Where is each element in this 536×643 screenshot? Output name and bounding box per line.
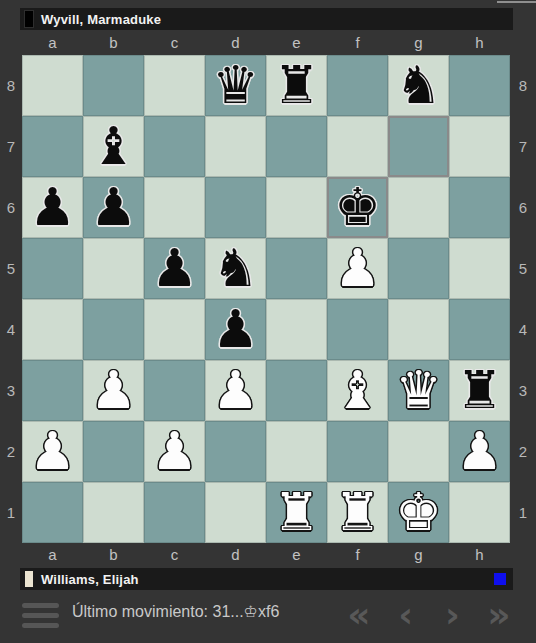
square-f4[interactable] [327,299,388,360]
square-e3[interactable] [266,360,327,421]
file-label-h: h [449,31,510,55]
rank-label-1: 1 [0,482,22,543]
file-label-c: c [144,543,205,567]
square-c7[interactable] [144,116,205,177]
square-a6[interactable]: ♟ [22,177,83,238]
white-queen-g3: ♛ [395,360,442,421]
file-label-a: a [22,543,83,567]
square-c4[interactable] [144,299,205,360]
square-b5[interactable] [83,238,144,299]
square-h5[interactable] [449,238,510,299]
rank-label-1: 1 [510,482,536,543]
square-h7[interactable] [449,116,510,177]
rank-label-4: 4 [510,299,536,360]
file-label-a: a [22,31,83,55]
square-g8[interactable]: ♞ [388,55,449,116]
square-b4[interactable] [83,299,144,360]
square-e2[interactable] [266,421,327,482]
rank-label-5: 5 [0,238,22,299]
file-labels-top: abcdefgh [22,31,510,55]
square-a1[interactable] [22,482,83,543]
scrollbar-fragment [497,1,536,3]
square-f5[interactable]: ♟ [327,238,388,299]
square-d7[interactable] [205,116,266,177]
rank-label-5: 5 [510,238,536,299]
board: ♛♜♞♝♟♟♚♟♞♟♟♟♟♝♛♜♟♟♟♜♜♚ [22,55,510,543]
hamburger-icon [22,603,59,628]
square-f6[interactable]: ♚ [327,177,388,238]
square-f2[interactable] [327,421,388,482]
square-c8[interactable] [144,55,205,116]
black-pawn-c5: ♟ [151,238,198,299]
rank-label-2: 2 [510,421,536,482]
black-bishop-b7: ♝ [90,116,137,177]
square-f8[interactable] [327,55,388,116]
rank-label-2: 2 [0,421,22,482]
white-pawn-d3: ♟ [212,360,259,421]
square-c1[interactable] [144,482,205,543]
black-king-f6: ♚ [334,177,381,238]
file-label-g: g [388,31,449,55]
square-a3[interactable] [22,360,83,421]
square-g1[interactable]: ♚ [388,482,449,543]
square-g7[interactable] [388,116,449,177]
white-pawn-f5: ♟ [334,238,381,299]
bottom-player-bar: Williams, Elijah [20,568,513,590]
square-e6[interactable] [266,177,327,238]
square-h4[interactable] [449,299,510,360]
white-color-indicator [25,571,33,587]
chess-app-window: Wyvill, Marmaduke abcdefgh 87654321 ♛♜♞♝… [0,0,536,643]
bottom-player-name: Williams, Elijah [41,572,139,587]
white-rook-f1: ♜ [334,482,381,543]
square-d3[interactable]: ♟ [205,360,266,421]
square-d8[interactable]: ♛ [205,55,266,116]
nav-last-button[interactable]: » [478,592,520,638]
square-h8[interactable] [449,55,510,116]
black-knight-d5: ♞ [212,238,259,299]
square-g2[interactable] [388,421,449,482]
file-label-f: f [327,543,388,567]
white-king-g1: ♚ [395,482,442,543]
rank-label-6: 6 [510,177,536,238]
rank-label-3: 3 [510,360,536,421]
square-d5[interactable]: ♞ [205,238,266,299]
square-c2[interactable]: ♟ [144,421,205,482]
white-pawn-c2: ♟ [151,421,198,482]
square-d4[interactable]: ♟ [205,299,266,360]
black-rook-h3: ♜ [456,360,503,421]
rank-label-7: 7 [510,116,536,177]
square-h6[interactable] [449,177,510,238]
square-e8[interactable]: ♜ [266,55,327,116]
black-knight-g8: ♞ [395,55,442,116]
square-e5[interactable] [266,238,327,299]
square-e4[interactable] [266,299,327,360]
file-label-f: f [327,31,388,55]
rank-label-3: 3 [0,360,22,421]
square-d1[interactable] [205,482,266,543]
square-a8[interactable] [22,55,83,116]
square-b1[interactable] [83,482,144,543]
square-c5[interactable]: ♟ [144,238,205,299]
square-g4[interactable] [388,299,449,360]
file-label-b: b [83,543,144,567]
square-b2[interactable] [83,421,144,482]
square-c6[interactable] [144,177,205,238]
square-b7[interactable]: ♝ [83,116,144,177]
white-rook-e1: ♜ [273,482,320,543]
file-label-d: d [205,31,266,55]
rank-labels-right: 87654321 [510,55,536,543]
white-bishop-f3: ♝ [334,360,381,421]
file-labels-bottom: abcdefgh [22,543,510,567]
rank-label-7: 7 [0,116,22,177]
nav-prev-button[interactable]: ‹ [385,592,427,638]
black-color-indicator [25,11,33,27]
nav-first-button[interactable]: « [338,592,380,638]
rank-labels-left: 87654321 [0,55,22,543]
black-queen-d8: ♛ [212,55,259,116]
square-a2[interactable]: ♟ [22,421,83,482]
black-pawn-d4: ♟ [212,299,259,360]
move-navigation: « ‹ › » [338,592,520,638]
square-c3[interactable] [144,360,205,421]
square-a4[interactable] [22,299,83,360]
square-d2[interactable] [205,421,266,482]
file-label-h: h [449,543,510,567]
file-label-c: c [144,31,205,55]
square-g6[interactable] [388,177,449,238]
rank-label-6: 6 [0,177,22,238]
square-g5[interactable] [388,238,449,299]
rank-label-8: 8 [0,55,22,116]
square-e1[interactable]: ♜ [266,482,327,543]
square-e7[interactable] [266,116,327,177]
square-a5[interactable] [22,238,83,299]
square-f7[interactable] [327,116,388,177]
top-player-name: Wyvill, Marmaduke [41,12,161,27]
square-b3[interactable]: ♟ [83,360,144,421]
black-pawn-b6: ♟ [90,177,137,238]
nav-next-button[interactable]: › [431,592,473,638]
top-player-bar: Wyvill, Marmaduke [20,8,513,30]
square-h1[interactable] [449,482,510,543]
square-f1[interactable]: ♜ [327,482,388,543]
last-move-text: Último movimiento: 31...♔xf6 [72,602,279,621]
white-pawn-h2: ♟ [456,421,503,482]
file-label-b: b [83,31,144,55]
square-b6[interactable]: ♟ [83,177,144,238]
file-label-d: d [205,543,266,567]
square-h3[interactable]: ♜ [449,360,510,421]
square-g3[interactable]: ♛ [388,360,449,421]
rank-label-8: 8 [510,55,536,116]
menu-button[interactable] [22,603,59,628]
square-h2[interactable]: ♟ [449,421,510,482]
white-pawn-b3: ♟ [90,360,137,421]
square-f3[interactable]: ♝ [327,360,388,421]
square-d6[interactable] [205,177,266,238]
turn-indicator [494,573,506,585]
black-pawn-a6: ♟ [29,177,76,238]
rank-label-4: 4 [0,299,22,360]
file-label-g: g [388,543,449,567]
file-label-e: e [266,31,327,55]
white-pawn-a2: ♟ [29,421,76,482]
file-label-e: e [266,543,327,567]
square-a7[interactable] [22,116,83,177]
square-b8[interactable] [83,55,144,116]
black-rook-e8: ♜ [273,55,320,116]
